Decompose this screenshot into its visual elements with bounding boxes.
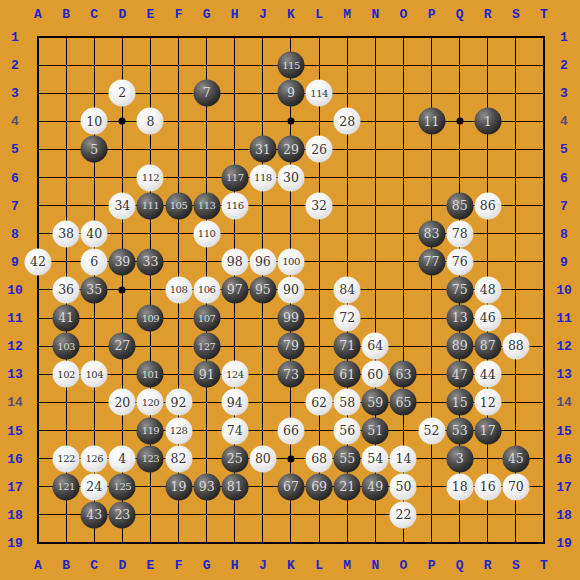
row-label-left-15: 15 bbox=[7, 424, 23, 437]
stone-white-D16[interactable]: 4 bbox=[109, 445, 136, 472]
stone-white-R17[interactable]: 16 bbox=[474, 473, 501, 500]
stone-black-Q14[interactable]: 15 bbox=[446, 389, 473, 416]
stone-black-E9[interactable]: 33 bbox=[137, 248, 164, 275]
stone-white-E14[interactable]: 120 bbox=[137, 389, 164, 416]
stone-move-number: 122 bbox=[57, 454, 75, 464]
col-label-bottom-C: C bbox=[90, 559, 98, 572]
stone-move-number: 27 bbox=[114, 340, 130, 353]
stone-black-G13[interactable]: 91 bbox=[193, 361, 220, 388]
stone-move-number: 61 bbox=[339, 368, 355, 381]
col-label-bottom-O: O bbox=[400, 559, 408, 572]
stone-white-C8[interactable]: 40 bbox=[81, 220, 108, 247]
star-point-K16 bbox=[287, 455, 294, 462]
stone-white-H14[interactable]: 94 bbox=[221, 389, 248, 416]
stone-white-F15[interactable]: 128 bbox=[165, 417, 192, 444]
stone-move-number: 63 bbox=[395, 368, 411, 381]
stone-black-P4[interactable]: 11 bbox=[418, 108, 445, 135]
row-label-left-3: 3 bbox=[11, 87, 19, 100]
stone-black-K17[interactable]: 67 bbox=[277, 473, 304, 500]
row-label-right-2: 2 bbox=[560, 59, 568, 72]
row-label-right-19: 19 bbox=[556, 536, 572, 549]
col-label-top-E: E bbox=[147, 8, 155, 21]
stone-white-C9[interactable]: 6 bbox=[81, 248, 108, 275]
col-label-top-O: O bbox=[400, 8, 408, 21]
stone-move-number: 121 bbox=[57, 482, 75, 492]
stone-black-P8[interactable]: 83 bbox=[418, 220, 445, 247]
stone-white-M4[interactable]: 28 bbox=[334, 108, 361, 135]
stone-move-number: 84 bbox=[339, 284, 355, 297]
stone-move-number: 71 bbox=[339, 340, 355, 353]
stone-white-H9[interactable]: 98 bbox=[221, 248, 248, 275]
stone-white-Q17[interactable]: 18 bbox=[446, 473, 473, 500]
stone-move-number: 83 bbox=[424, 228, 440, 241]
row-label-right-9: 9 bbox=[560, 255, 568, 268]
stone-move-number: 33 bbox=[142, 256, 158, 269]
stone-move-number: 120 bbox=[142, 397, 160, 407]
stone-black-K11[interactable]: 99 bbox=[277, 305, 304, 332]
stone-white-J16[interactable]: 80 bbox=[249, 445, 276, 472]
stone-white-B10[interactable]: 36 bbox=[53, 276, 80, 303]
row-label-left-10: 10 bbox=[7, 283, 23, 296]
stone-black-D18[interactable]: 23 bbox=[109, 501, 136, 528]
stone-move-number: 72 bbox=[339, 312, 355, 325]
stone-white-B13[interactable]: 102 bbox=[53, 361, 80, 388]
stone-white-R13[interactable]: 44 bbox=[474, 361, 501, 388]
stone-white-E6[interactable]: 112 bbox=[137, 164, 164, 191]
stone-move-number: 91 bbox=[199, 368, 215, 381]
stone-white-M11[interactable]: 72 bbox=[334, 305, 361, 332]
stone-move-number: 46 bbox=[480, 312, 496, 325]
stone-move-number: 102 bbox=[57, 369, 75, 379]
stone-white-O16[interactable]: 14 bbox=[390, 445, 417, 472]
stone-white-D7[interactable]: 34 bbox=[109, 192, 136, 219]
col-label-top-F: F bbox=[175, 8, 183, 21]
stone-move-number: 86 bbox=[480, 199, 496, 212]
stone-black-G11[interactable]: 107 bbox=[193, 305, 220, 332]
stone-move-number: 112 bbox=[142, 173, 160, 183]
stone-black-H10[interactable]: 97 bbox=[221, 276, 248, 303]
stone-white-K6[interactable]: 30 bbox=[277, 164, 304, 191]
row-label-right-4: 4 bbox=[560, 115, 568, 128]
col-label-top-T: T bbox=[540, 8, 548, 21]
stone-move-number: 2 bbox=[118, 87, 126, 100]
stone-white-E4[interactable]: 8 bbox=[137, 108, 164, 135]
row-label-left-17: 17 bbox=[7, 480, 23, 493]
stone-white-K10[interactable]: 90 bbox=[277, 276, 304, 303]
stone-move-number: 92 bbox=[171, 396, 187, 409]
stone-move-number: 128 bbox=[170, 426, 188, 436]
stone-move-number: 47 bbox=[452, 368, 468, 381]
stone-black-M17[interactable]: 21 bbox=[334, 473, 361, 500]
col-label-bottom-M: M bbox=[343, 559, 351, 572]
stone-move-number: 51 bbox=[367, 424, 383, 437]
col-label-top-R: R bbox=[484, 8, 492, 21]
row-label-right-14: 14 bbox=[556, 396, 572, 409]
stone-move-number: 101 bbox=[142, 369, 160, 379]
stone-white-S17[interactable]: 70 bbox=[502, 473, 529, 500]
col-label-bottom-N: N bbox=[371, 559, 379, 572]
stone-black-Q16[interactable]: 3 bbox=[446, 445, 473, 472]
stone-move-number: 98 bbox=[227, 256, 243, 269]
col-label-top-A: A bbox=[34, 8, 42, 21]
stone-move-number: 65 bbox=[395, 396, 411, 409]
stone-move-number: 115 bbox=[282, 60, 300, 70]
col-label-bottom-A: A bbox=[34, 559, 42, 572]
stone-black-R4[interactable]: 1 bbox=[474, 108, 501, 135]
stone-move-number: 124 bbox=[226, 369, 244, 379]
stone-move-number: 97 bbox=[227, 284, 243, 297]
stone-move-number: 68 bbox=[311, 452, 327, 465]
stone-black-C5[interactable]: 5 bbox=[81, 136, 108, 163]
stone-move-number: 95 bbox=[255, 284, 271, 297]
stone-white-L5[interactable]: 26 bbox=[306, 136, 333, 163]
row-label-right-15: 15 bbox=[556, 424, 572, 437]
col-label-bottom-H: H bbox=[231, 559, 239, 572]
stone-move-number: 104 bbox=[85, 369, 103, 379]
stone-black-J10[interactable]: 95 bbox=[249, 276, 276, 303]
col-label-top-K: K bbox=[287, 8, 295, 21]
stone-move-number: 125 bbox=[114, 482, 132, 492]
stone-move-number: 3 bbox=[456, 452, 464, 465]
stone-move-number: 89 bbox=[452, 340, 468, 353]
stone-black-Q12[interactable]: 89 bbox=[446, 333, 473, 360]
stone-move-number: 113 bbox=[198, 201, 216, 211]
stone-black-H6[interactable]: 117 bbox=[221, 164, 248, 191]
stone-move-number: 99 bbox=[283, 312, 299, 325]
stone-move-number: 87 bbox=[480, 340, 496, 353]
row-label-left-5: 5 bbox=[11, 143, 19, 156]
stone-move-number: 45 bbox=[508, 452, 524, 465]
row-label-left-7: 7 bbox=[11, 199, 19, 212]
stone-move-number: 41 bbox=[58, 312, 74, 325]
stone-move-number: 23 bbox=[114, 509, 130, 522]
stone-move-number: 52 bbox=[424, 424, 440, 437]
stone-move-number: 110 bbox=[198, 229, 216, 239]
stone-white-F14[interactable]: 92 bbox=[165, 389, 192, 416]
stone-white-J9[interactable]: 96 bbox=[249, 248, 276, 275]
stone-move-number: 43 bbox=[86, 509, 102, 522]
stone-white-K15[interactable]: 66 bbox=[277, 417, 304, 444]
stone-white-O17[interactable]: 50 bbox=[390, 473, 417, 500]
stone-black-F17[interactable]: 19 bbox=[165, 473, 192, 500]
stone-move-number: 85 bbox=[452, 199, 468, 212]
stone-black-E16[interactable]: 123 bbox=[137, 445, 164, 472]
stone-white-Q8[interactable]: 78 bbox=[446, 220, 473, 247]
stone-white-N12[interactable]: 64 bbox=[362, 333, 389, 360]
stone-move-number: 4 bbox=[118, 452, 126, 465]
stone-white-G10[interactable]: 106 bbox=[193, 276, 220, 303]
col-label-top-M: M bbox=[343, 8, 351, 21]
row-label-left-16: 16 bbox=[7, 452, 23, 465]
stone-move-number: 105 bbox=[170, 201, 188, 211]
stone-move-number: 94 bbox=[227, 396, 243, 409]
row-label-left-11: 11 bbox=[7, 312, 23, 325]
stone-move-number: 48 bbox=[480, 284, 496, 297]
stone-move-number: 38 bbox=[58, 228, 74, 241]
stone-black-G12[interactable]: 127 bbox=[193, 333, 220, 360]
stone-black-G17[interactable]: 93 bbox=[193, 473, 220, 500]
stone-white-L3[interactable]: 114 bbox=[306, 80, 333, 107]
stone-black-K3[interactable]: 9 bbox=[277, 80, 304, 107]
row-label-left-9: 9 bbox=[11, 255, 19, 268]
stone-white-D3[interactable]: 2 bbox=[109, 80, 136, 107]
stone-black-L17[interactable]: 69 bbox=[306, 473, 333, 500]
stone-move-number: 118 bbox=[254, 173, 272, 183]
stone-black-H16[interactable]: 25 bbox=[221, 445, 248, 472]
stone-black-R12[interactable]: 87 bbox=[474, 333, 501, 360]
stone-white-P15[interactable]: 52 bbox=[418, 417, 445, 444]
row-label-left-14: 14 bbox=[7, 396, 23, 409]
stone-white-C17[interactable]: 24 bbox=[81, 473, 108, 500]
stone-move-number: 119 bbox=[142, 426, 160, 436]
stone-black-N15[interactable]: 51 bbox=[362, 417, 389, 444]
stone-move-number: 22 bbox=[395, 509, 411, 522]
stone-white-H15[interactable]: 74 bbox=[221, 417, 248, 444]
col-label-bottom-P: P bbox=[428, 559, 436, 572]
row-label-right-1: 1 bbox=[560, 31, 568, 44]
stone-move-number: 76 bbox=[452, 256, 468, 269]
stone-move-number: 117 bbox=[226, 173, 244, 183]
stone-white-L7[interactable]: 32 bbox=[306, 192, 333, 219]
stone-black-E13[interactable]: 101 bbox=[137, 361, 164, 388]
stone-move-number: 7 bbox=[203, 87, 211, 100]
col-label-top-S: S bbox=[512, 8, 520, 21]
stone-black-Q13[interactable]: 47 bbox=[446, 361, 473, 388]
stone-black-H17[interactable]: 81 bbox=[221, 473, 248, 500]
stone-move-number: 10 bbox=[86, 115, 102, 128]
stone-move-number: 127 bbox=[198, 341, 216, 351]
col-label-top-N: N bbox=[371, 8, 379, 21]
stone-white-R11[interactable]: 46 bbox=[474, 305, 501, 332]
stone-white-R14[interactable]: 12 bbox=[474, 389, 501, 416]
stone-black-M12[interactable]: 71 bbox=[334, 333, 361, 360]
row-label-right-17: 17 bbox=[556, 480, 572, 493]
stone-move-number: 90 bbox=[283, 284, 299, 297]
col-label-top-Q: Q bbox=[456, 8, 464, 21]
stone-move-number: 19 bbox=[171, 481, 187, 494]
stone-move-number: 35 bbox=[86, 284, 102, 297]
star-point-Q4 bbox=[456, 118, 463, 125]
col-label-bottom-D: D bbox=[118, 559, 126, 572]
stone-move-number: 80 bbox=[255, 452, 271, 465]
stone-black-N17[interactable]: 49 bbox=[362, 473, 389, 500]
stone-move-number: 77 bbox=[424, 256, 440, 269]
stone-black-J5[interactable]: 31 bbox=[249, 136, 276, 163]
stone-move-number: 126 bbox=[85, 454, 103, 464]
stone-white-C16[interactable]: 126 bbox=[81, 445, 108, 472]
stone-black-O13[interactable]: 63 bbox=[390, 361, 417, 388]
stone-move-number: 54 bbox=[367, 452, 383, 465]
col-label-top-D: D bbox=[118, 8, 126, 21]
stone-move-number: 14 bbox=[395, 452, 411, 465]
stone-white-J6[interactable]: 118 bbox=[249, 164, 276, 191]
stone-white-D14[interactable]: 20 bbox=[109, 389, 136, 416]
stone-black-K5[interactable]: 29 bbox=[277, 136, 304, 163]
stone-black-Q10[interactable]: 75 bbox=[446, 276, 473, 303]
col-label-bottom-T: T bbox=[540, 559, 548, 572]
stone-move-number: 24 bbox=[86, 481, 102, 494]
stone-move-number: 66 bbox=[283, 424, 299, 437]
stone-move-number: 44 bbox=[480, 368, 496, 381]
stone-black-K12[interactable]: 79 bbox=[277, 333, 304, 360]
stone-black-B17[interactable]: 121 bbox=[53, 473, 80, 500]
stone-move-number: 55 bbox=[339, 452, 355, 465]
go-board[interactable]: ABCDEFGHJKLMNOPQRST ABCDEFGHJKLMNOPQRST … bbox=[0, 0, 580, 580]
stone-white-G8[interactable]: 110 bbox=[193, 220, 220, 247]
stone-white-L14[interactable]: 62 bbox=[306, 389, 333, 416]
row-label-right-18: 18 bbox=[556, 508, 572, 521]
row-label-left-19: 19 bbox=[7, 536, 23, 549]
stone-black-K13[interactable]: 73 bbox=[277, 361, 304, 388]
stone-move-number: 59 bbox=[367, 396, 383, 409]
stone-black-P9[interactable]: 77 bbox=[418, 248, 445, 275]
row-label-left-4: 4 bbox=[11, 115, 19, 128]
stone-black-C10[interactable]: 35 bbox=[81, 276, 108, 303]
stone-black-D17[interactable]: 125 bbox=[109, 473, 136, 500]
col-label-top-C: C bbox=[90, 8, 98, 21]
stone-move-number: 64 bbox=[367, 340, 383, 353]
stone-white-O18[interactable]: 22 bbox=[390, 501, 417, 528]
stone-black-M16[interactable]: 55 bbox=[334, 445, 361, 472]
stone-white-M14[interactable]: 58 bbox=[334, 389, 361, 416]
stone-white-B16[interactable]: 122 bbox=[53, 445, 80, 472]
stone-black-D9[interactable]: 39 bbox=[109, 248, 136, 275]
stone-move-number: 108 bbox=[170, 285, 188, 295]
stone-move-number: 8 bbox=[146, 115, 154, 128]
stone-move-number: 82 bbox=[171, 452, 187, 465]
stone-white-N13[interactable]: 60 bbox=[362, 361, 389, 388]
stone-move-number: 13 bbox=[452, 312, 468, 325]
stone-black-E15[interactable]: 119 bbox=[137, 417, 164, 444]
stone-black-Q11[interactable]: 13 bbox=[446, 305, 473, 332]
stone-move-number: 42 bbox=[30, 256, 46, 269]
stone-white-C4[interactable]: 10 bbox=[81, 108, 108, 135]
stone-white-A9[interactable]: 42 bbox=[25, 248, 52, 275]
stone-black-M13[interactable]: 61 bbox=[334, 361, 361, 388]
stone-move-number: 30 bbox=[283, 171, 299, 184]
col-label-top-G: G bbox=[203, 8, 211, 21]
row-label-right-12: 12 bbox=[556, 340, 572, 353]
stone-move-number: 73 bbox=[283, 368, 299, 381]
stone-black-C18[interactable]: 43 bbox=[81, 501, 108, 528]
col-label-bottom-L: L bbox=[315, 559, 323, 572]
stone-white-C13[interactable]: 104 bbox=[81, 361, 108, 388]
stone-white-K9[interactable]: 100 bbox=[277, 248, 304, 275]
stone-move-number: 18 bbox=[452, 481, 468, 494]
stone-move-number: 20 bbox=[114, 396, 130, 409]
stone-move-number: 103 bbox=[57, 341, 75, 351]
stone-white-L16[interactable]: 68 bbox=[306, 445, 333, 472]
row-label-right-7: 7 bbox=[560, 199, 568, 212]
stone-move-number: 29 bbox=[283, 143, 299, 156]
col-label-top-H: H bbox=[231, 8, 239, 21]
stone-move-number: 16 bbox=[480, 481, 496, 494]
stone-move-number: 70 bbox=[508, 481, 524, 494]
stone-white-M15[interactable]: 56 bbox=[334, 417, 361, 444]
row-label-left-13: 13 bbox=[7, 368, 23, 381]
stone-white-M10[interactable]: 84 bbox=[334, 276, 361, 303]
stone-move-number: 123 bbox=[142, 454, 160, 464]
stone-move-number: 106 bbox=[198, 285, 216, 295]
row-label-left-2: 2 bbox=[11, 59, 19, 72]
stone-white-N16[interactable]: 54 bbox=[362, 445, 389, 472]
star-point-D10 bbox=[119, 286, 126, 293]
stone-move-number: 75 bbox=[452, 284, 468, 297]
row-label-right-13: 13 bbox=[556, 368, 572, 381]
row-label-left-8: 8 bbox=[11, 227, 19, 240]
stone-move-number: 88 bbox=[508, 340, 524, 353]
stone-move-number: 6 bbox=[90, 256, 98, 269]
row-label-right-10: 10 bbox=[556, 283, 572, 296]
stone-move-number: 109 bbox=[142, 313, 160, 323]
stone-white-H7[interactable]: 116 bbox=[221, 192, 248, 219]
stone-black-F7[interactable]: 105 bbox=[165, 192, 192, 219]
stone-black-G7[interactable]: 113 bbox=[193, 192, 220, 219]
stone-move-number: 69 bbox=[311, 481, 327, 494]
stone-move-number: 21 bbox=[339, 481, 355, 494]
stone-move-number: 36 bbox=[58, 284, 74, 297]
stone-white-Q9[interactable]: 76 bbox=[446, 248, 473, 275]
row-label-left-12: 12 bbox=[7, 340, 23, 353]
stone-move-number: 116 bbox=[226, 201, 244, 211]
stone-move-number: 100 bbox=[282, 257, 300, 267]
col-label-bottom-E: E bbox=[147, 559, 155, 572]
stone-move-number: 67 bbox=[283, 481, 299, 494]
stone-black-Q7[interactable]: 85 bbox=[446, 192, 473, 219]
stone-move-number: 49 bbox=[367, 481, 383, 494]
stone-white-F10[interactable]: 108 bbox=[165, 276, 192, 303]
stone-move-number: 9 bbox=[287, 87, 295, 100]
stone-black-E7[interactable]: 111 bbox=[137, 192, 164, 219]
stone-black-N14[interactable]: 59 bbox=[362, 389, 389, 416]
stone-move-number: 56 bbox=[339, 424, 355, 437]
stone-black-O14[interactable]: 65 bbox=[390, 389, 417, 416]
stone-black-B12[interactable]: 103 bbox=[53, 333, 80, 360]
stone-move-number: 62 bbox=[311, 396, 327, 409]
stone-move-number: 39 bbox=[114, 256, 130, 269]
stone-black-R15[interactable]: 17 bbox=[474, 417, 501, 444]
stone-white-H13[interactable]: 124 bbox=[221, 361, 248, 388]
stone-black-S16[interactable]: 45 bbox=[502, 445, 529, 472]
stone-black-D12[interactable]: 27 bbox=[109, 333, 136, 360]
stone-move-number: 79 bbox=[283, 340, 299, 353]
stone-move-number: 58 bbox=[339, 396, 355, 409]
stone-black-G3[interactable]: 7 bbox=[193, 80, 220, 107]
stone-black-K2[interactable]: 115 bbox=[277, 52, 304, 79]
row-label-right-6: 6 bbox=[560, 171, 568, 184]
stone-move-number: 1 bbox=[484, 115, 492, 128]
stone-black-Q15[interactable]: 53 bbox=[446, 417, 473, 444]
stone-white-S12[interactable]: 88 bbox=[502, 333, 529, 360]
stone-white-F16[interactable]: 82 bbox=[165, 445, 192, 472]
stone-move-number: 15 bbox=[452, 396, 468, 409]
row-label-right-3: 3 bbox=[560, 87, 568, 100]
stone-move-number: 60 bbox=[367, 368, 383, 381]
stone-move-number: 12 bbox=[480, 396, 496, 409]
stone-black-E11[interactable]: 109 bbox=[137, 305, 164, 332]
stone-move-number: 111 bbox=[142, 201, 160, 211]
col-label-bottom-G: G bbox=[203, 559, 211, 572]
stone-white-B8[interactable]: 38 bbox=[53, 220, 80, 247]
stone-white-R10[interactable]: 48 bbox=[474, 276, 501, 303]
star-point-D4 bbox=[119, 118, 126, 125]
col-label-bottom-Q: Q bbox=[456, 559, 464, 572]
stone-black-B11[interactable]: 41 bbox=[53, 305, 80, 332]
col-label-bottom-K: K bbox=[287, 559, 295, 572]
row-label-right-5: 5 bbox=[560, 143, 568, 156]
stone-white-R7[interactable]: 86 bbox=[474, 192, 501, 219]
col-label-bottom-F: F bbox=[175, 559, 183, 572]
